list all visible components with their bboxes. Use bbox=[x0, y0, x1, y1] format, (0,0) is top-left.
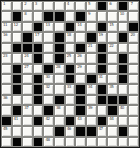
clue-number: 6 bbox=[109, 2, 111, 6]
crossword-page: 1234567891011121314151617181920212223242… bbox=[0, 0, 140, 148]
white-cell-r1c1[interactable]: 1 bbox=[1, 1, 12, 11]
black-cell-r8c2 bbox=[12, 74, 23, 84]
white-cell-r14c8[interactable] bbox=[75, 137, 86, 147]
black-cell-r12c10 bbox=[97, 116, 108, 126]
black-cell-r4c6 bbox=[54, 32, 65, 42]
black-cell-r9c2 bbox=[12, 84, 23, 94]
black-cell-r9c10 bbox=[97, 84, 108, 94]
white-cell-r12c3[interactable] bbox=[22, 116, 33, 126]
white-cell-r8c5[interactable]: 30 bbox=[43, 74, 54, 84]
white-cell-r6c9[interactable] bbox=[86, 53, 97, 63]
white-cell-r12c5[interactable]: 42 bbox=[43, 116, 54, 126]
white-cell-r13c1[interactable]: 45 bbox=[1, 126, 12, 136]
black-cell-r6c10 bbox=[97, 53, 108, 63]
white-cell-r13c4[interactable] bbox=[33, 126, 44, 136]
white-cell-r7c8[interactable]: 29 bbox=[75, 64, 86, 74]
black-cell-r7c10 bbox=[97, 64, 108, 74]
white-cell-r4c4[interactable]: 17 bbox=[33, 32, 44, 42]
clue-number: 36 bbox=[3, 96, 7, 100]
white-cell-r3c3[interactable] bbox=[22, 22, 33, 32]
white-cell-r3c6[interactable] bbox=[54, 22, 65, 32]
clue-number: 23 bbox=[3, 54, 7, 58]
black-cell-r13c9 bbox=[86, 126, 97, 136]
black-cell-r10c12 bbox=[118, 95, 129, 105]
clue-number: 45 bbox=[3, 127, 7, 131]
white-cell-r10c3[interactable] bbox=[22, 95, 33, 105]
black-cell-r10c6 bbox=[54, 95, 65, 105]
white-cell-r1c8[interactable] bbox=[75, 1, 86, 11]
white-cell-r12c12[interactable] bbox=[118, 116, 129, 126]
clue-number: 25 bbox=[67, 54, 71, 58]
white-cell-r12c2[interactable]: 41 bbox=[12, 116, 23, 126]
clue-number: 40 bbox=[120, 106, 124, 110]
clue-number: 22 bbox=[109, 44, 113, 48]
white-cell-r6c2[interactable] bbox=[12, 53, 23, 63]
white-cell-r13c5[interactable] bbox=[43, 126, 54, 136]
white-cell-r3c2[interactable]: 12 bbox=[12, 22, 23, 32]
clue-number: 46 bbox=[67, 127, 71, 131]
white-cell-r9c5[interactable]: 32 bbox=[43, 84, 54, 94]
white-cell-r11c7[interactable] bbox=[65, 105, 76, 115]
white-cell-r4c10[interactable]: 19 bbox=[97, 32, 108, 42]
white-cell-r3c9[interactable] bbox=[86, 22, 97, 32]
white-cell-r9c13[interactable] bbox=[128, 84, 139, 94]
white-cell-r1c7[interactable]: 4 bbox=[65, 1, 76, 11]
clue-number: 33 bbox=[67, 85, 71, 89]
black-cell-r8c9 bbox=[86, 74, 97, 84]
black-cell-r1c12 bbox=[118, 1, 129, 11]
white-cell-r8c11[interactable] bbox=[107, 74, 118, 84]
black-cell-r2c8 bbox=[75, 11, 86, 21]
black-cell-r7c5 bbox=[43, 64, 54, 74]
black-cell-r8c12 bbox=[118, 74, 129, 84]
white-cell-r2c3[interactable]: 8 bbox=[22, 11, 33, 21]
white-cell-r1c4[interactable]: 3 bbox=[33, 1, 44, 11]
clue-number: 5 bbox=[88, 2, 90, 6]
black-cell-r6c4 bbox=[33, 53, 44, 63]
white-cell-r4c8[interactable] bbox=[75, 32, 86, 42]
clue-number: 19 bbox=[99, 33, 103, 37]
clue-number: 37 bbox=[24, 106, 28, 110]
white-cell-r11c1[interactable] bbox=[1, 105, 12, 115]
white-cell-r11c3[interactable]: 37 bbox=[22, 105, 33, 115]
white-cell-r1c9[interactable]: 5 bbox=[86, 1, 97, 11]
white-cell-r11c6[interactable]: 38 bbox=[54, 105, 65, 115]
white-cell-r1c2[interactable] bbox=[12, 1, 23, 11]
clue-number: 16 bbox=[3, 33, 7, 37]
white-cell-r2c11[interactable] bbox=[107, 11, 118, 21]
white-cell-r1c11[interactable]: 6 bbox=[107, 1, 118, 11]
clue-number: 42 bbox=[45, 117, 49, 121]
black-cell-r5c2 bbox=[12, 43, 23, 53]
white-cell-r13c2[interactable] bbox=[12, 126, 23, 136]
white-cell-r4c7[interactable]: 18 bbox=[65, 32, 76, 42]
white-cell-r9c3[interactable] bbox=[22, 84, 33, 94]
black-cell-r14c2 bbox=[12, 137, 23, 147]
white-cell-r8c13[interactable] bbox=[128, 74, 139, 84]
white-cell-r6c13[interactable] bbox=[128, 53, 139, 63]
black-cell-r9c8 bbox=[75, 84, 86, 94]
white-cell-r11c10[interactable] bbox=[97, 105, 108, 115]
white-cell-r5c5[interactable] bbox=[43, 43, 54, 53]
white-cell-r13c3[interactable] bbox=[22, 126, 33, 136]
clue-number: 12 bbox=[14, 23, 18, 27]
black-cell-r11c5 bbox=[43, 105, 54, 115]
black-cell-r3c13 bbox=[128, 22, 139, 32]
white-cell-r13c13[interactable] bbox=[128, 126, 139, 136]
clue-number: 28 bbox=[56, 65, 60, 69]
white-cell-r14c13[interactable] bbox=[128, 137, 139, 147]
crossword-grid: 1234567891011121314151617181920212223242… bbox=[0, 0, 140, 148]
black-cell-r5c3 bbox=[22, 43, 33, 53]
white-cell-r2c1[interactable] bbox=[1, 11, 12, 21]
black-cell-r3c7 bbox=[65, 22, 76, 32]
white-cell-r5c11[interactable]: 22 bbox=[107, 43, 118, 53]
white-cell-r4c2[interactable] bbox=[12, 32, 23, 42]
white-cell-r10c5[interactable] bbox=[43, 95, 54, 105]
clue-number: 48 bbox=[45, 138, 49, 142]
clue-number: 13 bbox=[45, 23, 49, 27]
white-cell-r11c12[interactable]: 40 bbox=[118, 105, 129, 115]
white-cell-r8c8[interactable] bbox=[75, 74, 86, 84]
white-cell-r6c5[interactable] bbox=[43, 53, 54, 63]
clue-number: 30 bbox=[45, 75, 49, 79]
white-cell-r2c4[interactable] bbox=[33, 11, 44, 21]
clue-number: 17 bbox=[35, 33, 39, 37]
clue-number: 29 bbox=[77, 65, 81, 69]
white-cell-r14c11[interactable] bbox=[107, 137, 118, 147]
clue-number: 20 bbox=[130, 33, 134, 37]
white-cell-r9c12[interactable] bbox=[118, 84, 129, 94]
white-cell-r12c11[interactable]: 44 bbox=[107, 116, 118, 126]
black-cell-r12c1 bbox=[1, 116, 12, 126]
black-cell-r11c8 bbox=[75, 105, 86, 115]
black-cell-r5c10 bbox=[97, 43, 108, 53]
clue-number: 15 bbox=[109, 23, 113, 27]
white-cell-r1c5[interactable] bbox=[43, 1, 54, 11]
white-cell-r5c12[interactable] bbox=[118, 43, 129, 53]
white-cell-r4c5[interactable] bbox=[43, 32, 54, 42]
clue-number: 35 bbox=[109, 85, 113, 89]
black-cell-r13c8 bbox=[75, 126, 86, 136]
white-cell-r4c11[interactable] bbox=[107, 32, 118, 42]
black-cell-r10c10 bbox=[97, 95, 108, 105]
white-cell-r11c13[interactable] bbox=[128, 105, 139, 115]
white-cell-r9c6[interactable] bbox=[54, 84, 65, 94]
white-cell-r7c11[interactable] bbox=[107, 64, 118, 74]
white-cell-r2c9[interactable]: 9 bbox=[86, 11, 97, 21]
white-cell-r2c10[interactable] bbox=[97, 11, 108, 21]
white-cell-r10c1[interactable]: 36 bbox=[1, 95, 12, 105]
white-cell-r5c9[interactable]: 21 bbox=[86, 43, 97, 53]
white-cell-r8c3[interactable] bbox=[22, 74, 33, 84]
clue-number: 11 bbox=[3, 23, 7, 27]
white-cell-r12c9[interactable] bbox=[86, 116, 97, 126]
white-cell-r3c12[interactable] bbox=[118, 22, 129, 32]
white-cell-r8c1[interactable] bbox=[1, 74, 12, 84]
white-cell-r7c6[interactable]: 28 bbox=[54, 64, 65, 74]
clue-number: 43 bbox=[77, 117, 81, 121]
black-cell-r5c6 bbox=[54, 43, 65, 53]
black-cell-r6c6 bbox=[54, 53, 65, 63]
clue-number: 39 bbox=[88, 106, 92, 110]
white-cell-r7c4[interactable] bbox=[33, 64, 44, 74]
white-cell-r10c13[interactable] bbox=[128, 95, 139, 105]
white-cell-r12c8[interactable]: 43 bbox=[75, 116, 86, 126]
black-cell-r2c5 bbox=[43, 11, 54, 21]
white-cell-r14c7[interactable] bbox=[65, 137, 76, 147]
clue-number: 9 bbox=[88, 12, 90, 16]
white-cell-r14c12[interactable] bbox=[118, 137, 129, 147]
white-cell-r13c11[interactable] bbox=[107, 126, 118, 136]
white-cell-r2c12[interactable]: 10 bbox=[118, 11, 129, 21]
white-cell-r8c10[interactable]: 31 bbox=[97, 74, 108, 84]
white-cell-r14c3[interactable] bbox=[22, 137, 33, 147]
clue-number: 38 bbox=[56, 106, 60, 110]
black-cell-r1c10 bbox=[97, 1, 108, 11]
white-cell-r12c6[interactable] bbox=[54, 116, 65, 126]
black-cell-r2c2 bbox=[12, 11, 23, 21]
white-cell-r3c1[interactable]: 11 bbox=[1, 22, 12, 32]
black-cell-r8c4 bbox=[33, 74, 44, 84]
black-cell-r9c4 bbox=[33, 84, 44, 94]
white-cell-r8c6[interactable] bbox=[54, 74, 65, 84]
white-cell-r14c10[interactable] bbox=[97, 137, 108, 147]
white-cell-r1c13[interactable]: 7 bbox=[128, 1, 139, 11]
black-cell-r13c12 bbox=[118, 126, 129, 136]
white-cell-r10c2[interactable] bbox=[12, 95, 23, 105]
clue-number: 41 bbox=[14, 117, 18, 121]
black-cell-r11c2 bbox=[12, 105, 23, 115]
clue-number: 26 bbox=[77, 54, 81, 58]
white-cell-r3c8[interactable]: 14 bbox=[75, 22, 86, 32]
clue-number: 2 bbox=[24, 2, 26, 6]
white-cell-r9c7[interactable]: 33 bbox=[65, 84, 76, 94]
white-cell-r3c11[interactable]: 15 bbox=[107, 22, 118, 32]
black-cell-r12c4 bbox=[33, 116, 44, 126]
black-cell-r4c12 bbox=[118, 32, 129, 42]
black-cell-r10c4 bbox=[33, 95, 44, 105]
black-cell-r7c2 bbox=[12, 64, 23, 74]
clue-number: 14 bbox=[77, 23, 81, 27]
clue-number: 27 bbox=[24, 65, 28, 69]
white-cell-r6c1[interactable]: 23 bbox=[1, 53, 12, 63]
black-cell-r12c7 bbox=[65, 116, 76, 126]
white-cell-r3c5[interactable]: 13 bbox=[43, 22, 54, 32]
white-cell-r1c6[interactable] bbox=[54, 1, 65, 11]
black-cell-r5c4 bbox=[33, 43, 44, 53]
black-cell-r2c6 bbox=[54, 11, 65, 21]
white-cell-r7c1[interactable] bbox=[1, 64, 12, 74]
black-cell-r3c4 bbox=[33, 22, 44, 32]
white-cell-r7c13[interactable] bbox=[128, 64, 139, 74]
clue-number: 3 bbox=[35, 2, 37, 6]
white-cell-r9c9[interactable]: 34 bbox=[86, 84, 97, 94]
white-cell-r11c9[interactable]: 39 bbox=[86, 105, 97, 115]
white-cell-r14c9[interactable] bbox=[86, 137, 97, 147]
black-cell-r5c8 bbox=[75, 43, 86, 53]
white-cell-r6c3[interactable]: 24 bbox=[22, 53, 33, 63]
black-cell-r8c7 bbox=[65, 74, 76, 84]
clue-number: 21 bbox=[88, 44, 92, 48]
clue-number: 4 bbox=[67, 2, 69, 6]
black-cell-r10c11 bbox=[107, 95, 118, 105]
white-cell-r13c10[interactable]: 47 bbox=[97, 126, 108, 136]
white-cell-r5c7[interactable] bbox=[65, 43, 76, 53]
black-cell-r7c7 bbox=[65, 64, 76, 74]
black-cell-r7c12 bbox=[118, 64, 129, 74]
white-cell-r4c1[interactable]: 16 bbox=[1, 32, 12, 42]
white-cell-r9c1[interactable] bbox=[1, 84, 12, 94]
white-cell-r14c5[interactable]: 48 bbox=[43, 137, 54, 147]
black-cell-r10c8 bbox=[75, 95, 86, 105]
clue-number: 18 bbox=[67, 33, 71, 37]
white-cell-r6c7[interactable]: 25 bbox=[65, 53, 76, 63]
black-cell-r4c3 bbox=[22, 32, 33, 42]
clue-number: 32 bbox=[45, 85, 49, 89]
white-cell-r7c9[interactable] bbox=[86, 64, 97, 74]
white-cell-r6c11[interactable] bbox=[107, 53, 118, 63]
white-cell-r12c13[interactable] bbox=[128, 116, 139, 126]
clue-number: 7 bbox=[130, 2, 132, 6]
white-cell-r10c7[interactable] bbox=[65, 95, 76, 105]
clue-number: 31 bbox=[99, 75, 103, 79]
white-cell-r6c8[interactable]: 26 bbox=[75, 53, 86, 63]
white-cell-r2c13[interactable] bbox=[128, 11, 139, 21]
white-cell-r14c6[interactable] bbox=[54, 137, 65, 147]
white-cell-r13c7[interactable]: 46 bbox=[65, 126, 76, 136]
white-cell-r14c1[interactable] bbox=[1, 137, 12, 147]
white-cell-r5c13[interactable] bbox=[128, 43, 139, 53]
white-cell-r10c9[interactable] bbox=[86, 95, 97, 105]
clue-number: 34 bbox=[88, 85, 92, 89]
white-cell-r4c13[interactable]: 20 bbox=[128, 32, 139, 42]
black-cell-r3c10 bbox=[97, 22, 108, 32]
clue-number: 24 bbox=[24, 54, 28, 58]
black-cell-r11c11 bbox=[107, 105, 118, 115]
clue-number: 8 bbox=[24, 12, 26, 16]
white-cell-r5c1[interactable] bbox=[1, 43, 12, 53]
black-cell-r14c4 bbox=[33, 137, 44, 147]
white-cell-r2c7[interactable] bbox=[65, 11, 76, 21]
clue-number: 1 bbox=[3, 2, 5, 6]
black-cell-r4c9 bbox=[86, 32, 97, 42]
white-cell-r1c3[interactable]: 2 bbox=[22, 1, 33, 11]
clue-number: 44 bbox=[109, 117, 113, 121]
black-cell-r13c6 bbox=[54, 126, 65, 136]
white-cell-r7c3[interactable]: 27 bbox=[22, 64, 33, 74]
clue-number: 10 bbox=[120, 12, 124, 16]
white-cell-r9c11[interactable]: 35 bbox=[107, 84, 118, 94]
black-cell-r6c12 bbox=[118, 53, 129, 63]
white-cell-r11c4[interactable] bbox=[33, 105, 44, 115]
clue-number: 47 bbox=[99, 127, 103, 131]
